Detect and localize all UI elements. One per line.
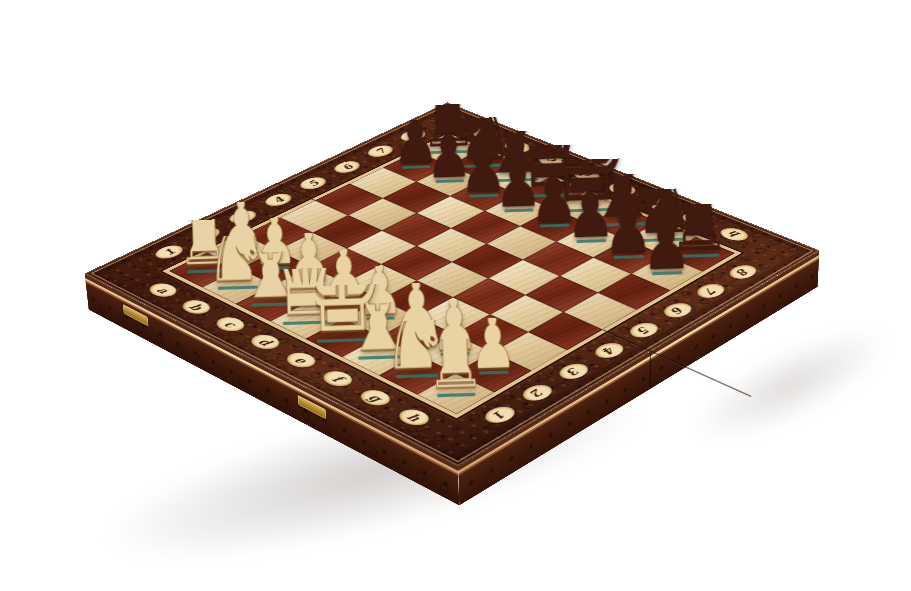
coord-file-h-front: h bbox=[393, 406, 434, 428]
coord-rank-6-right: 6 bbox=[658, 300, 696, 320]
photo-stage: ♜♞♝♛♚♝♞♜♟♟♟♟♟♟♟♟♟♟♟♟♟♟♟♟♜♞♝♛♚♝♞♜ aa11bb2… bbox=[0, 0, 911, 591]
brass-hinge bbox=[123, 304, 149, 327]
coord-file-f-back: f bbox=[641, 195, 678, 212]
piece-black-rook: ♜ bbox=[673, 203, 725, 255]
coord-rank-3-right: 3 bbox=[554, 361, 594, 382]
coord-file-f-front: f bbox=[318, 368, 358, 389]
coord-file-c-front: c bbox=[211, 315, 250, 335]
coord-rank-4-left: 4 bbox=[260, 192, 296, 209]
piece-black-bishop: ♝ bbox=[598, 173, 648, 223]
piece-black-knight: ♞ bbox=[635, 188, 686, 239]
coord-file-e-front: e bbox=[281, 350, 321, 371]
coord-rank-1-left: 1 bbox=[151, 243, 188, 261]
coord-rank-7-right: 7 bbox=[692, 281, 730, 300]
coord-file-d-front: d bbox=[246, 332, 285, 352]
coord-file-e-back: e bbox=[604, 181, 640, 197]
piece-black-rook: ♜ bbox=[424, 104, 472, 152]
coord-file-b-front: b bbox=[177, 297, 215, 316]
coord-rank-2-right: 2 bbox=[517, 382, 558, 404]
coord-rank-1-right: 1 bbox=[479, 403, 520, 425]
piece-black-knight: ♞ bbox=[457, 117, 505, 165]
brass-hinge bbox=[298, 395, 327, 420]
coord-file-h-back: h bbox=[716, 226, 754, 244]
piece-black-queen: ♛ bbox=[526, 145, 575, 194]
coord-rank-3-left: 3 bbox=[225, 208, 261, 225]
square-b1: ♞ bbox=[202, 269, 274, 304]
coord-rank-5-left: 5 bbox=[295, 175, 330, 191]
piece-white-pawn: ♟ bbox=[216, 201, 267, 252]
coord-rank-8-left: 8 bbox=[396, 128, 430, 143]
chess-board-box: ♜♞♝♛♚♝♞♜♟♟♟♟♟♟♟♟♟♟♟♟♟♟♟♟♜♞♝♛♚♝♞♜ aa11bb2… bbox=[84, 102, 819, 466]
coord-rank-2-left: 2 bbox=[188, 225, 225, 243]
product-photo-page: { "game": "chess", "scene": { "descripti… bbox=[0, 0, 911, 591]
coord-file-g-back: g bbox=[678, 210, 715, 227]
coord-rank-7-left: 7 bbox=[363, 143, 398, 159]
piece-black-king: ♚ bbox=[561, 159, 611, 209]
fold-seam-side bbox=[649, 351, 651, 390]
coord-file-a-front: a bbox=[144, 281, 182, 300]
coord-rank-6-left: 6 bbox=[330, 159, 365, 175]
coord-rank-4-right: 4 bbox=[589, 340, 628, 361]
coord-file-g-front: g bbox=[355, 387, 396, 409]
coord-rank-8-right: 8 bbox=[724, 263, 761, 282]
coord-file-c-back: c bbox=[534, 153, 569, 169]
coord-file-b-back: b bbox=[500, 139, 535, 154]
coord-file-d-back: d bbox=[569, 167, 605, 183]
coord-rank-5-right: 5 bbox=[624, 320, 663, 340]
coord-file-a-back: a bbox=[467, 126, 501, 141]
piece-black-bishop: ♝ bbox=[491, 131, 540, 180]
